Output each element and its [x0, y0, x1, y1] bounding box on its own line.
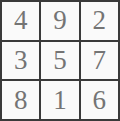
- cell-r1c0: 3: [2, 42, 39, 80]
- cell-r0c1: 9: [41, 2, 78, 40]
- cell-r2c1: 1: [41, 81, 78, 119]
- cell-r1c1: 5: [41, 42, 78, 80]
- cell-r0c0: 4: [2, 2, 39, 40]
- cell-r1c2: 7: [81, 42, 118, 80]
- cell-r0c2: 2: [81, 2, 118, 40]
- magic-square-board: 4 9 2 3 5 7 8 1 6: [0, 0, 120, 121]
- cell-r2c0: 8: [2, 81, 39, 119]
- cell-r2c2: 6: [81, 81, 118, 119]
